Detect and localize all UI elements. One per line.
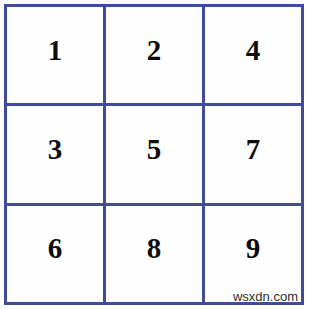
cell-r3c2: 8 — [106, 206, 202, 302]
cell-r2c2: 5 — [106, 106, 202, 202]
cell-r1c3: 4 — [205, 7, 301, 103]
cell-r2c3: 7 — [205, 106, 301, 202]
cell-r1c1: 1 — [7, 7, 103, 103]
cell-r3c1: 6 — [7, 206, 103, 302]
watermark: wsxdn.com — [233, 290, 298, 303]
cell-r1c2: 2 — [106, 7, 202, 103]
number-grid: 1 2 4 3 5 7 6 8 9 — [4, 4, 304, 305]
cell-r3c3: 9 — [205, 206, 301, 302]
cell-r2c1: 3 — [7, 106, 103, 202]
